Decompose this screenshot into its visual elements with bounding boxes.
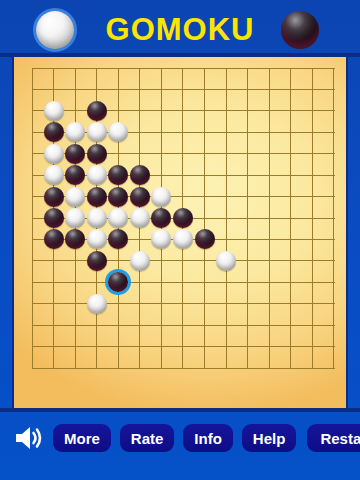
black-stone bbox=[108, 187, 128, 207]
white-stone bbox=[130, 251, 150, 271]
bottom-separator bbox=[0, 408, 360, 412]
black-stone bbox=[65, 144, 85, 164]
black-stone bbox=[65, 165, 85, 185]
white-stone bbox=[44, 165, 64, 185]
black-stone bbox=[130, 165, 150, 185]
grid-line bbox=[226, 68, 227, 368]
help-button[interactable]: Help bbox=[242, 424, 297, 452]
black-stone bbox=[173, 208, 193, 228]
speaker-icon[interactable] bbox=[14, 423, 44, 453]
white-stone bbox=[65, 187, 85, 207]
grid-line bbox=[333, 68, 334, 368]
white-stone bbox=[44, 101, 64, 121]
white-stone bbox=[87, 294, 107, 314]
black-stone bbox=[195, 229, 215, 249]
black-stone bbox=[87, 251, 107, 271]
white-stone bbox=[87, 229, 107, 249]
black-stone bbox=[44, 122, 64, 142]
black-stone bbox=[108, 229, 128, 249]
restart-button[interactable]: Restart bbox=[307, 424, 360, 452]
black-stone-icon bbox=[281, 11, 319, 49]
white-stone bbox=[87, 122, 107, 142]
grid-line bbox=[290, 68, 291, 368]
black-stone bbox=[87, 187, 107, 207]
white-stone bbox=[108, 208, 128, 228]
info-button[interactable]: Info bbox=[183, 424, 233, 452]
board[interactable] bbox=[12, 57, 348, 408]
black-stone bbox=[44, 187, 64, 207]
black-stone bbox=[87, 101, 107, 121]
white-stone bbox=[65, 208, 85, 228]
black-stone bbox=[44, 229, 64, 249]
black-stone bbox=[108, 165, 128, 185]
black-stone bbox=[108, 272, 128, 292]
black-stone bbox=[130, 187, 150, 207]
more-button[interactable]: More bbox=[53, 424, 111, 452]
white-stone bbox=[173, 229, 193, 249]
white-stone bbox=[44, 144, 64, 164]
grid-line bbox=[32, 325, 335, 326]
grid-line bbox=[32, 346, 335, 347]
grid-line bbox=[32, 368, 335, 369]
white-stone bbox=[87, 208, 107, 228]
black-stone bbox=[87, 144, 107, 164]
white-stone bbox=[108, 122, 128, 142]
white-stone bbox=[87, 165, 107, 185]
grid-line bbox=[247, 68, 248, 368]
grid-line bbox=[204, 68, 205, 368]
header: GOMOKU bbox=[0, 0, 360, 53]
white-stone bbox=[65, 122, 85, 142]
black-stone bbox=[44, 208, 64, 228]
white-stone bbox=[216, 251, 236, 271]
grid-line bbox=[269, 68, 270, 368]
toolbar: More Rate Info Help Restart bbox=[0, 422, 360, 454]
rate-button[interactable]: Rate bbox=[120, 424, 175, 452]
white-stone bbox=[151, 229, 171, 249]
grid-line bbox=[312, 68, 313, 368]
black-stone bbox=[65, 229, 85, 249]
white-stone bbox=[151, 187, 171, 207]
black-stone bbox=[151, 208, 171, 228]
white-stone bbox=[130, 208, 150, 228]
